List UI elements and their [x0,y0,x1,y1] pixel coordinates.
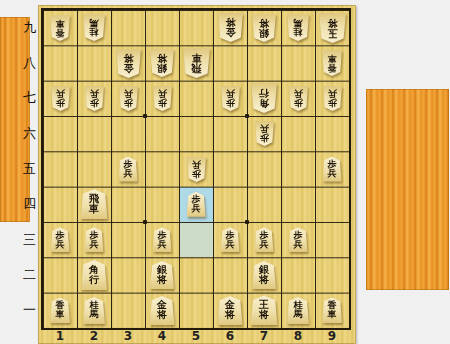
piece-kanji: 銀 [157,63,167,73]
piece-kanji: 金 [123,63,133,73]
rank-label: 五 [21,151,38,186]
board-pieces: 香車桂馬金将銀将桂馬玉将金将銀将飛車香車歩兵歩兵歩兵歩兵歩兵角行歩兵歩兵歩兵歩兵… [43,10,349,328]
shogi-piece-歩兵-5-5[interactable]: 歩兵 [187,157,206,182]
piece-kanji: 兵 [260,240,269,249]
piece-face: 歩兵 [255,227,274,252]
shogi-piece-歩兵-9-5[interactable]: 歩兵 [323,157,342,182]
piece-kanji: 歩 [56,98,65,107]
piece-kanji: 馬 [294,19,303,28]
shogi-piece-角行-7-7[interactable]: 角行 [251,83,277,113]
piece-face: 角行 [81,260,107,290]
shogi-piece-歩兵-1-3[interactable]: 歩兵 [51,227,70,252]
piece-face: 王将 [251,295,278,325]
shogi-piece-歩兵-6-3[interactable]: 歩兵 [221,227,240,252]
shogi-piece-銀将-4-8[interactable]: 銀将 [150,49,174,77]
piece-kanji: 車 [56,19,65,28]
piece-kanji: 車 [89,204,99,214]
piece-kanji: 銀 [259,28,269,38]
piece-kanji: 行 [259,88,269,98]
shogi-piece-歩兵-5-4[interactable]: 歩兵 [187,192,206,217]
file-label: 5 [179,329,213,343]
file-label: 8 [281,329,315,343]
shogi-piece-歩兵-6-7[interactable]: 歩兵 [221,86,240,111]
piece-kanji: 将 [157,310,167,320]
piece-face: 歩兵 [85,86,104,111]
piece-kanji: 兵 [90,240,99,249]
shogi-piece-金将-4-1[interactable]: 金将 [150,296,175,325]
rank-label: 九 [21,10,38,45]
shogi-board: 香車桂馬金将銀将桂馬玉将金将銀将飛車香車歩兵歩兵歩兵歩兵歩兵角行歩兵歩兵歩兵歩兵… [38,5,356,344]
piece-face: 歩兵 [255,121,274,146]
piece-face: 歩兵 [119,157,138,182]
piece-face: 金将 [218,296,243,325]
shogi-piece-歩兵-8-3[interactable]: 歩兵 [289,227,308,252]
piece-face: 金将 [218,13,243,42]
piece-face: 歩兵 [119,86,138,111]
piece-kanji: 歩 [294,98,303,107]
rank-label: 二 [21,257,38,292]
piece-kanji: 香 [56,28,65,37]
piece-kanji: 将 [123,53,133,63]
shogi-piece-歩兵-9-7[interactable]: 歩兵 [323,86,342,111]
piece-kanji: 兵 [294,89,303,98]
shogi-piece-歩兵-3-5[interactable]: 歩兵 [119,157,138,182]
piece-kanji: 兵 [328,169,337,178]
shogi-piece-桂馬-2-9[interactable]: 桂馬 [83,14,105,41]
piece-kanji: 将 [157,53,167,63]
piece-kanji: 歩 [124,98,133,107]
piece-kanji: 香 [328,63,337,72]
piece-kanji: 兵 [260,125,269,134]
shogi-piece-銀将-4-2[interactable]: 銀将 [150,261,174,289]
shogi-piece-香車-9-1[interactable]: 香車 [322,297,342,323]
piece-face: 金将 [150,296,175,325]
piece-kanji: 車 [191,53,201,63]
piece-face: 銀将 [150,261,174,289]
shogi-piece-歩兵-4-3[interactable]: 歩兵 [153,227,172,252]
shogi-piece-銀将-7-2[interactable]: 銀将 [252,261,276,289]
piece-kanji: 飛 [191,63,201,73]
piece-kanji: 兵 [158,240,167,249]
piece-kanji: 車 [328,54,337,63]
piece-kanji: 将 [259,18,269,28]
file-label: 6 [213,329,247,343]
file-label: 3 [111,329,145,343]
piece-face: 歩兵 [289,86,308,111]
piece-face: 香車 [50,297,70,323]
file-label: 7 [247,329,281,343]
shogi-piece-香車-1-1[interactable]: 香車 [50,297,70,323]
piece-kanji: 兵 [90,89,99,98]
piece-face: 歩兵 [187,157,206,182]
shogi-piece-歩兵-8-7[interactable]: 歩兵 [289,86,308,111]
piece-kanji: 兵 [226,240,235,249]
shogi-piece-歩兵-7-3[interactable]: 歩兵 [255,227,274,252]
piece-face: 桂馬 [83,297,105,324]
shogi-piece-金将-6-1[interactable]: 金将 [218,296,243,325]
file-label: 9 [315,329,349,343]
shogi-piece-歩兵-4-7[interactable]: 歩兵 [153,86,172,111]
piece-face: 銀将 [252,261,276,289]
piece-kanji: 歩 [192,169,201,178]
piece-kanji: 馬 [90,310,99,319]
rank-label: 四 [21,187,38,222]
piece-kanji: 兵 [124,169,133,178]
piece-kanji: 将 [327,18,337,28]
piece-face: 桂馬 [287,297,309,324]
rank-label: 一 [21,293,38,328]
piece-kanji: 将 [259,310,269,320]
piece-face: 角行 [251,83,277,113]
shogi-piece-玉将-9-9[interactable]: 玉将 [319,13,346,43]
piece-face: 銀将 [150,49,174,77]
piece-face: 香車 [322,297,342,323]
piece-kanji: 将 [225,18,235,28]
rank-label: 三 [21,222,38,257]
piece-kanji: 兵 [192,204,201,213]
file-labels: 123456789 [43,329,349,343]
piece-face: 歩兵 [51,86,70,111]
shogi-piece-歩兵-2-7[interactable]: 歩兵 [85,86,104,111]
shogi-piece-桂馬-2-1[interactable]: 桂馬 [83,297,105,324]
piece-kanji: 兵 [56,89,65,98]
shogi-piece-銀将-7-9[interactable]: 銀将 [252,14,276,42]
shogi-piece-歩兵-3-7[interactable]: 歩兵 [119,86,138,111]
piece-stand-right [366,89,449,290]
piece-kanji: 桂 [90,28,99,37]
piece-face: 金将 [116,49,141,78]
piece-kanji: 兵 [158,89,167,98]
piece-kanji: 歩 [90,98,99,107]
piece-face: 歩兵 [221,86,240,111]
piece-kanji: 兵 [192,160,201,169]
piece-face: 歩兵 [187,192,206,217]
piece-face: 歩兵 [323,86,342,111]
piece-kanji: 将 [259,275,269,285]
piece-kanji: 兵 [56,240,65,249]
shogi-piece-歩兵-1-7[interactable]: 歩兵 [51,86,70,111]
piece-kanji: 馬 [294,310,303,319]
piece-kanji: 兵 [124,89,133,98]
rank-label: 七 [21,81,38,116]
shogi-piece-桂馬-8-1[interactable]: 桂馬 [287,297,309,324]
piece-kanji: 兵 [294,240,303,249]
piece-kanji: 将 [157,275,167,285]
piece-face: 桂馬 [287,14,309,41]
shogi-piece-王将-7-1[interactable]: 王将 [251,295,278,325]
piece-face: 歩兵 [153,86,172,111]
rank-label: 八 [21,45,38,80]
piece-kanji: 角 [259,98,269,108]
piece-face: 桂馬 [83,14,105,41]
shogi-piece-飛車-5-8[interactable]: 飛車 [183,48,210,78]
piece-kanji: 歩 [328,98,337,107]
shogi-piece-角行-2-2[interactable]: 角行 [81,260,107,290]
piece-kanji: 歩 [226,98,235,107]
piece-face: 歩兵 [221,227,240,252]
piece-face: 飛車 [183,48,210,78]
piece-kanji: 兵 [328,89,337,98]
shogi-piece-香車-9-8[interactable]: 香車 [322,50,342,76]
piece-kanji: 将 [225,310,235,320]
piece-kanji: 金 [225,28,235,38]
piece-face: 香車 [50,15,70,41]
piece-kanji: 桂 [294,28,303,37]
piece-face: 飛車 [81,189,108,219]
shogi-piece-桂馬-8-9[interactable]: 桂馬 [287,14,309,41]
file-label: 1 [43,329,77,343]
shogi-piece-金将-6-9[interactable]: 金将 [218,13,243,42]
rank-labels: 九八七六五四三二一 [21,10,38,328]
piece-face: 銀将 [252,14,276,42]
piece-face: 歩兵 [85,227,104,252]
piece-face: 玉将 [319,13,346,43]
rank-label: 六 [21,116,38,151]
piece-face: 歩兵 [51,227,70,252]
piece-kanji: 行 [89,275,99,285]
piece-face: 歩兵 [289,227,308,252]
piece-kanji: 馬 [90,19,99,28]
shogi-piece-香車-1-9[interactable]: 香車 [50,15,70,41]
piece-kanji: 車 [328,310,337,319]
piece-kanji: 車 [56,310,65,319]
piece-kanji: 歩 [158,98,167,107]
piece-kanji: 歩 [260,134,269,143]
piece-face: 歩兵 [323,157,342,182]
shogi-piece-歩兵-7-6[interactable]: 歩兵 [255,121,274,146]
file-label: 4 [145,329,179,343]
shogi-piece-金将-3-8[interactable]: 金将 [116,49,141,78]
piece-face: 歩兵 [153,227,172,252]
shogi-piece-飛車-2-4[interactable]: 飛車 [81,189,108,219]
piece-kanji: 玉 [327,28,337,38]
piece-kanji: 兵 [226,89,235,98]
file-label: 2 [77,329,111,343]
shogi-piece-歩兵-2-3[interactable]: 歩兵 [85,227,104,252]
piece-face: 香車 [322,50,342,76]
